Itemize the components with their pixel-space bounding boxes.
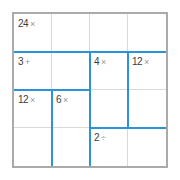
cage-label-24x: 24×: [18, 16, 35, 30]
cage-label-6x: 6×: [56, 92, 68, 106]
kenken-screen: 24× 3+ 4× 12× 12× 6×: [0, 0, 180, 180]
multiply-icon: ×: [101, 57, 106, 67]
multiply-icon: ×: [63, 95, 68, 105]
cage-border-col2-col3: [89, 52, 91, 166]
cell-r2c1[interactable]: 3+: [14, 52, 52, 90]
cell-r1c2[interactable]: [52, 14, 90, 52]
divide-icon: ÷: [101, 133, 106, 143]
cell-r4c1[interactable]: [14, 128, 52, 166]
cell-r4c2[interactable]: [52, 128, 90, 166]
cage-label-4x: 4×: [94, 54, 106, 68]
cell-r2c4[interactable]: 12×: [128, 52, 166, 90]
cell-r2c3[interactable]: 4×: [90, 52, 128, 90]
cage-border-col3-col4-middle: [127, 52, 129, 128]
cell-r3c4[interactable]: [128, 90, 166, 128]
cell-r3c2[interactable]: 6×: [52, 90, 90, 128]
cell-r3c3[interactable]: [90, 90, 128, 128]
multiply-icon: ×: [30, 19, 35, 29]
cage-border-col1-col2-bottom: [51, 90, 53, 166]
cage-label-3plus: 3+: [18, 54, 30, 68]
kenken-board: 24× 3+ 4× 12× 12× 6×: [12, 12, 168, 168]
cage-label-2div: 2÷: [94, 130, 106, 144]
cell-r3c1[interactable]: 12×: [14, 90, 52, 128]
plus-icon: +: [25, 57, 30, 67]
multiply-icon: ×: [30, 95, 35, 105]
cage-label-12x-left: 12×: [18, 92, 35, 106]
multiply-icon: ×: [144, 57, 149, 67]
cell-r1c1[interactable]: 24×: [14, 14, 52, 52]
cell-r1c4[interactable]: [128, 14, 166, 52]
cell-r1c3[interactable]: [90, 14, 128, 52]
cell-r4c4[interactable]: [128, 128, 166, 166]
cage-label-12x-right: 12×: [132, 54, 149, 68]
cell-r2c2[interactable]: [52, 52, 90, 90]
cell-r4c3[interactable]: 2÷: [90, 128, 128, 166]
